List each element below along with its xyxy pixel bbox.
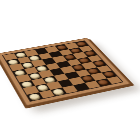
product-photo-stage — [0, 0, 140, 140]
playing-field — [2, 40, 124, 101]
checkers-board — [0, 38, 131, 106]
board-scene — [0, 38, 131, 106]
